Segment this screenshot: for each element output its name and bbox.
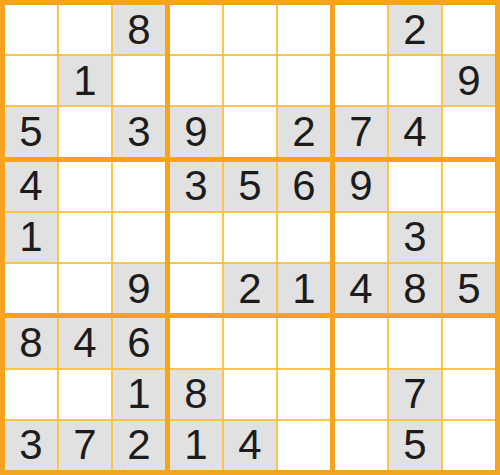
cell-r2c4-empty[interactable] — [170, 56, 222, 105]
cell-r7c9-empty[interactable] — [443, 318, 495, 367]
cell-r8c5-empty[interactable] — [224, 370, 276, 419]
cell-r6c7-given: 4 — [335, 264, 387, 313]
cell-r9c1-given: 3 — [5, 421, 57, 470]
sudoku-box-8: 814 — [170, 318, 330, 470]
cell-r5c1-given: 1 — [5, 213, 57, 262]
cell-r2c6-empty[interactable] — [278, 56, 330, 105]
cell-r6c3-given: 9 — [113, 264, 165, 313]
cell-r4c6-given: 6 — [278, 162, 330, 211]
cell-r1c4-empty[interactable] — [170, 5, 222, 54]
cell-r5c8-given: 3 — [389, 213, 441, 262]
cell-r3c1-given: 5 — [5, 107, 57, 156]
cell-r5c5-empty[interactable] — [224, 213, 276, 262]
cell-r8c7-empty[interactable] — [335, 370, 387, 419]
cell-r7c4-empty[interactable] — [170, 318, 222, 367]
cell-r4c1-given: 4 — [5, 162, 57, 211]
cell-r1c2-empty[interactable] — [59, 5, 111, 54]
cell-r6c8-given: 8 — [389, 264, 441, 313]
cell-r2c7-empty[interactable] — [335, 56, 387, 105]
sudoku-box-3: 2974 — [335, 5, 495, 157]
cell-r7c1-given: 8 — [5, 318, 57, 367]
cell-r6c1-empty[interactable] — [5, 264, 57, 313]
cell-r1c7-empty[interactable] — [335, 5, 387, 54]
cell-r6c4-empty[interactable] — [170, 264, 222, 313]
cell-r7c2-given: 4 — [59, 318, 111, 367]
cell-r3c5-empty[interactable] — [224, 107, 276, 156]
cell-r3c2-empty[interactable] — [59, 107, 111, 156]
cell-r9c9-empty[interactable] — [443, 421, 495, 470]
cell-r3c8-given: 4 — [389, 107, 441, 156]
cell-r9c2-given: 7 — [59, 421, 111, 470]
cell-r1c3-given: 8 — [113, 5, 165, 54]
cell-r3c7-given: 7 — [335, 107, 387, 156]
cell-r7c7-empty[interactable] — [335, 318, 387, 367]
cell-r5c7-empty[interactable] — [335, 213, 387, 262]
cell-r4c7-given: 9 — [335, 162, 387, 211]
cell-r7c8-empty[interactable] — [389, 318, 441, 367]
sudoku-board: 81539229744193562193485846137281475 — [0, 0, 500, 475]
cell-r6c2-empty[interactable] — [59, 264, 111, 313]
cell-r9c4-given: 1 — [170, 421, 222, 470]
cell-r2c1-empty[interactable] — [5, 56, 57, 105]
cell-r8c1-empty[interactable] — [5, 370, 57, 419]
cell-r2c9-given: 9 — [443, 56, 495, 105]
cell-r7c6-empty[interactable] — [278, 318, 330, 367]
cell-r4c8-empty[interactable] — [389, 162, 441, 211]
cell-r8c6-empty[interactable] — [278, 370, 330, 419]
cell-r2c2-given: 1 — [59, 56, 111, 105]
cell-r5c9-empty[interactable] — [443, 213, 495, 262]
cell-r7c5-empty[interactable] — [224, 318, 276, 367]
cell-r8c4-given: 8 — [170, 370, 222, 419]
cell-r1c6-empty[interactable] — [278, 5, 330, 54]
cell-r8c9-empty[interactable] — [443, 370, 495, 419]
cell-r9c6-empty[interactable] — [278, 421, 330, 470]
sudoku-box-6: 93485 — [335, 162, 495, 314]
cell-r4c3-empty[interactable] — [113, 162, 165, 211]
cell-r9c5-given: 4 — [224, 421, 276, 470]
cell-r6c6-given: 1 — [278, 264, 330, 313]
cell-r1c5-empty[interactable] — [224, 5, 276, 54]
cell-r4c9-empty[interactable] — [443, 162, 495, 211]
cell-r5c6-empty[interactable] — [278, 213, 330, 262]
cell-r4c2-empty[interactable] — [59, 162, 111, 211]
cell-r4c5-given: 5 — [224, 162, 276, 211]
sudoku-box-4: 419 — [5, 162, 165, 314]
cell-r8c2-empty[interactable] — [59, 370, 111, 419]
cell-r8c3-given: 1 — [113, 370, 165, 419]
cell-r3c3-given: 3 — [113, 107, 165, 156]
sudoku-box-5: 35621 — [170, 162, 330, 314]
cell-r9c3-given: 2 — [113, 421, 165, 470]
cell-r5c2-empty[interactable] — [59, 213, 111, 262]
cell-r2c8-empty[interactable] — [389, 56, 441, 105]
cell-r6c9-given: 5 — [443, 264, 495, 313]
sudoku-box-1: 8153 — [5, 5, 165, 157]
sudoku-box-2: 92 — [170, 5, 330, 157]
cell-r6c5-given: 2 — [224, 264, 276, 313]
sudoku-box-9: 75 — [335, 318, 495, 470]
cell-r8c8-given: 7 — [389, 370, 441, 419]
cell-r9c8-given: 5 — [389, 421, 441, 470]
cell-r1c9-empty[interactable] — [443, 5, 495, 54]
cell-r7c3-given: 6 — [113, 318, 165, 367]
cell-r2c5-empty[interactable] — [224, 56, 276, 105]
cell-r3c9-empty[interactable] — [443, 107, 495, 156]
cell-r9c7-empty[interactable] — [335, 421, 387, 470]
cell-r5c3-empty[interactable] — [113, 213, 165, 262]
cell-r3c4-given: 9 — [170, 107, 222, 156]
cell-r5c4-empty[interactable] — [170, 213, 222, 262]
cell-r1c8-given: 2 — [389, 5, 441, 54]
sudoku-box-7: 8461372 — [5, 318, 165, 470]
cell-r3c6-given: 2 — [278, 107, 330, 156]
cell-r1c1-empty[interactable] — [5, 5, 57, 54]
cell-r4c4-given: 3 — [170, 162, 222, 211]
cell-r2c3-empty[interactable] — [113, 56, 165, 105]
